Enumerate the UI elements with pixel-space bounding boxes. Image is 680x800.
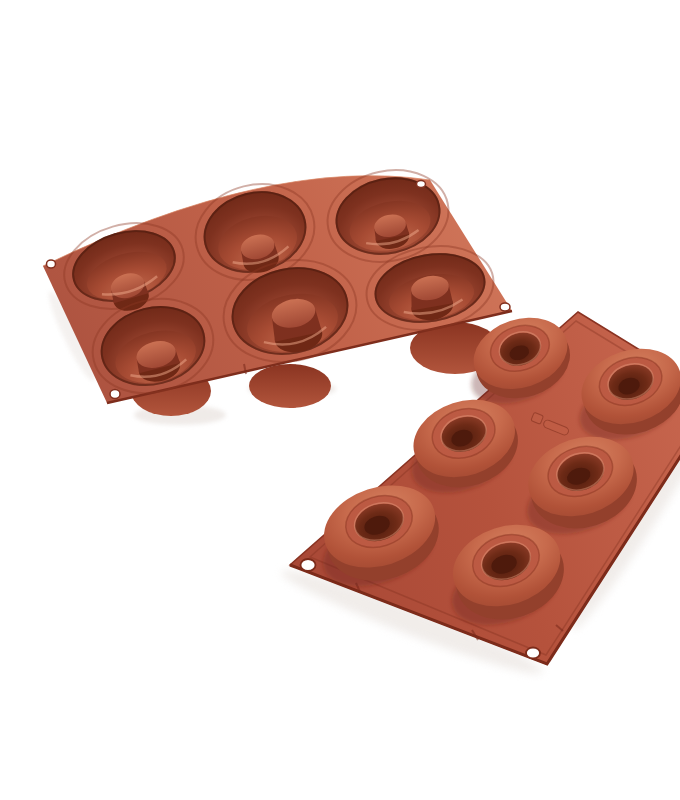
corner-hole bbox=[417, 181, 426, 188]
corner-hole bbox=[500, 303, 510, 311]
corner-hole bbox=[47, 260, 56, 268]
corner-hole bbox=[301, 559, 316, 571]
corner-hole bbox=[526, 648, 540, 659]
product-photo: Six-cavity terracotta silicone donut / s… bbox=[40, 16, 680, 800]
corner-hole bbox=[110, 390, 120, 399]
photo-canvas bbox=[40, 16, 680, 800]
